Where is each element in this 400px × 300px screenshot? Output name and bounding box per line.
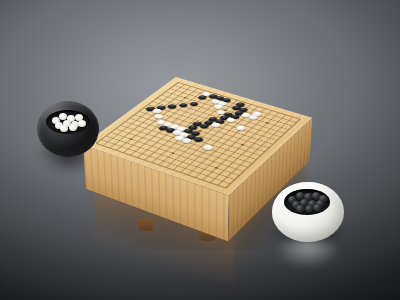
go-board <box>83 77 312 196</box>
black-stone <box>192 136 204 142</box>
white-stone-in-bowl <box>59 113 67 120</box>
white-stone-bowl <box>272 182 344 242</box>
white-stone <box>202 145 214 151</box>
go-scene <box>0 0 400 300</box>
white-bowl-mouth <box>284 189 330 215</box>
black-stone-in-bowl <box>296 205 305 213</box>
black-bowl-mouth <box>46 110 90 134</box>
board-foot <box>138 218 154 231</box>
white-bowl-reflection <box>276 240 340 268</box>
black-stone-bowl <box>37 101 99 157</box>
white-stone-in-bowl <box>60 125 68 132</box>
white-stone <box>181 138 193 144</box>
white-stone-in-bowl <box>69 124 77 131</box>
white-stone-in-bowl <box>78 120 86 127</box>
black-stone-in-bowl <box>313 204 322 212</box>
